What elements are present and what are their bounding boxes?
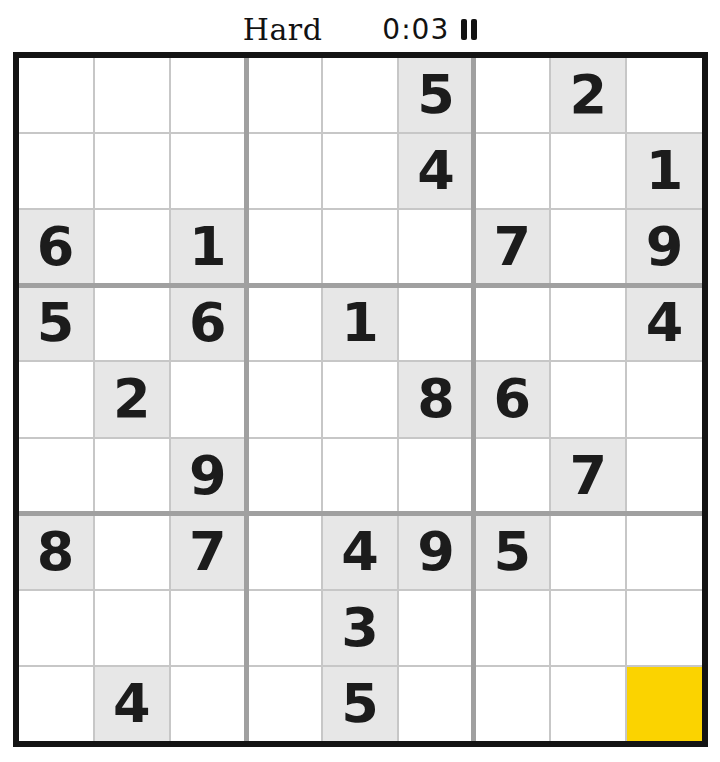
cell-r4c7[interactable] (475, 286, 549, 360)
cell-r7c7[interactable]: 5 (475, 515, 549, 589)
cell-r6c8[interactable]: 7 (551, 439, 625, 513)
difficulty-label: Hard (243, 12, 323, 47)
cell-r5c9[interactable] (627, 362, 701, 436)
cell-r2c3[interactable] (171, 134, 245, 208)
timer: 0:03 (382, 13, 477, 46)
cell-r1c5[interactable] (323, 58, 397, 132)
cell-r1c9[interactable] (627, 58, 701, 132)
cell-r3c4[interactable] (247, 210, 321, 284)
cell-r7c6[interactable]: 9 (399, 515, 473, 589)
cell-r2c8[interactable] (551, 134, 625, 208)
cell-r6c4[interactable] (247, 439, 321, 513)
cell-r2c1[interactable] (19, 134, 93, 208)
cell-r6c2[interactable] (95, 439, 169, 513)
cell-r8c2[interactable] (95, 591, 169, 665)
cell-r1c2[interactable] (95, 58, 169, 132)
cell-r4c2[interactable] (95, 286, 169, 360)
timer-value: 0:03 (382, 13, 449, 46)
cell-r7c9[interactable] (627, 515, 701, 589)
cell-r1c7[interactable] (475, 58, 549, 132)
cell-r8c7[interactable] (475, 591, 549, 665)
cell-r7c1[interactable]: 8 (19, 515, 93, 589)
cell-r2c4[interactable] (247, 134, 321, 208)
cell-r4c6[interactable] (399, 286, 473, 360)
cell-r5c4[interactable] (247, 362, 321, 436)
cell-r9c5[interactable]: 5 (323, 667, 397, 741)
cell-r2c5[interactable] (323, 134, 397, 208)
pause-icon (471, 19, 477, 40)
cell-r5c7[interactable]: 6 (475, 362, 549, 436)
cell-r3c3[interactable]: 1 (171, 210, 245, 284)
cell-r9c7[interactable] (475, 667, 549, 741)
cell-r3c7[interactable]: 7 (475, 210, 549, 284)
cell-r2c6[interactable]: 4 (399, 134, 473, 208)
cell-r4c1[interactable]: 5 (19, 286, 93, 360)
cell-r9c1[interactable] (19, 667, 93, 741)
cell-r4c9[interactable]: 4 (627, 286, 701, 360)
cell-r1c6[interactable]: 5 (399, 58, 473, 132)
cell-r5c2[interactable]: 2 (95, 362, 169, 436)
cell-r9c4[interactable] (247, 667, 321, 741)
cell-r3c1[interactable]: 6 (19, 210, 93, 284)
cell-r7c8[interactable] (551, 515, 625, 589)
cell-r9c6[interactable] (399, 667, 473, 741)
pause-icon (461, 19, 467, 40)
cell-r6c1[interactable] (19, 439, 93, 513)
cell-r8c3[interactable] (171, 591, 245, 665)
cell-r8c1[interactable] (19, 591, 93, 665)
cell-r9c3[interactable] (171, 667, 245, 741)
cell-r7c5[interactable]: 4 (323, 515, 397, 589)
cell-r6c9[interactable] (627, 439, 701, 513)
cell-r4c5[interactable]: 1 (323, 286, 397, 360)
cell-r8c5[interactable]: 3 (323, 591, 397, 665)
cell-r1c3[interactable] (171, 58, 245, 132)
cell-r7c4[interactable] (247, 515, 321, 589)
cell-r3c5[interactable] (323, 210, 397, 284)
cell-r8c6[interactable] (399, 591, 473, 665)
cell-r8c4[interactable] (247, 591, 321, 665)
cell-r5c1[interactable] (19, 362, 93, 436)
cell-r1c8[interactable]: 2 (551, 58, 625, 132)
cell-r2c9[interactable]: 1 (627, 134, 701, 208)
cell-r9c2[interactable]: 4 (95, 667, 169, 741)
cell-r3c2[interactable] (95, 210, 169, 284)
cell-r9c8[interactable] (551, 667, 625, 741)
pause-button[interactable] (461, 17, 477, 41)
cell-r1c1[interactable] (19, 58, 93, 132)
cell-r4c3[interactable]: 6 (171, 286, 245, 360)
cell-r7c2[interactable] (95, 515, 169, 589)
cell-r5c5[interactable] (323, 362, 397, 436)
cell-r4c4[interactable] (247, 286, 321, 360)
cell-r6c5[interactable] (323, 439, 397, 513)
game-header: Hard 0:03 (0, 0, 720, 52)
cell-r6c7[interactable] (475, 439, 549, 513)
cell-r9c9[interactable] (627, 667, 701, 741)
cell-r5c6[interactable]: 8 (399, 362, 473, 436)
cell-r3c6[interactable] (399, 210, 473, 284)
cell-r4c8[interactable] (551, 286, 625, 360)
cell-r5c3[interactable] (171, 362, 245, 436)
cell-r1c4[interactable] (247, 58, 321, 132)
cell-r8c9[interactable] (627, 591, 701, 665)
cell-r2c2[interactable] (95, 134, 169, 208)
cell-r2c7[interactable] (475, 134, 549, 208)
cell-r3c8[interactable] (551, 210, 625, 284)
cell-r7c3[interactable]: 7 (171, 515, 245, 589)
sudoku-board: 5241617956142869787495345 (13, 52, 708, 747)
cell-r6c3[interactable]: 9 (171, 439, 245, 513)
cell-r5c8[interactable] (551, 362, 625, 436)
cell-r6c6[interactable] (399, 439, 473, 513)
cell-r8c8[interactable] (551, 591, 625, 665)
cell-r3c9[interactable]: 9 (627, 210, 701, 284)
